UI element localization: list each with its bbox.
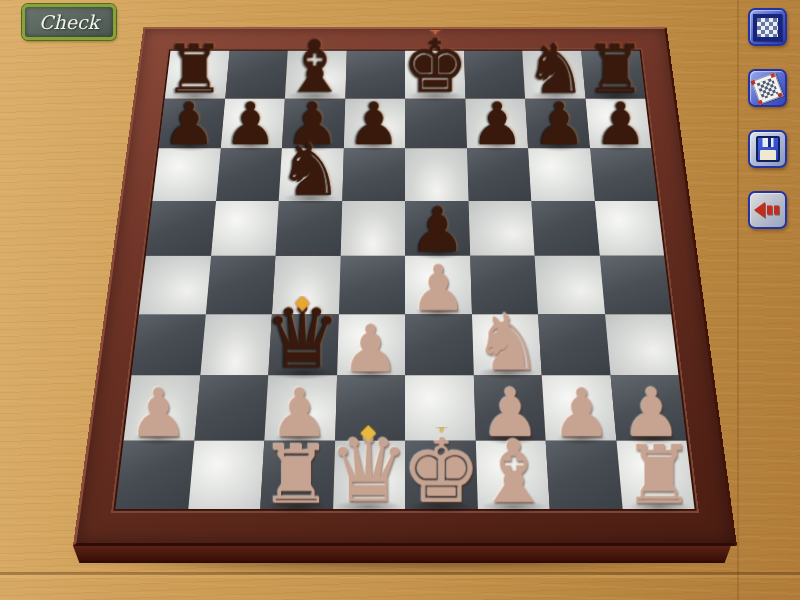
square-a5[interactable] bbox=[146, 201, 216, 256]
black-pawn-b7[interactable]: ♟ bbox=[224, 94, 277, 153]
square-c3[interactable]: ♛ bbox=[268, 314, 338, 375]
square-d1[interactable]: ♛ bbox=[333, 440, 405, 509]
square-h3[interactable] bbox=[605, 314, 679, 375]
square-a2[interactable]: ♟ bbox=[124, 375, 200, 440]
check-banner: Check bbox=[22, 4, 116, 40]
black-king-e8[interactable]: ♚ bbox=[402, 29, 468, 103]
square-h1[interactable]: ♜ bbox=[616, 440, 695, 509]
square-g2[interactable]: ♟ bbox=[542, 375, 616, 440]
chess-board: ♜♝♚♞♜♟♟♟♟♟♟♟♞♟♟♛♟♞♟♟♟♟♟♜♛♚♝♜ bbox=[73, 27, 737, 546]
undo-move-button[interactable] bbox=[748, 191, 787, 229]
checkerboard-2d-icon bbox=[753, 14, 782, 41]
square-g5[interactable] bbox=[531, 201, 599, 256]
square-d3[interactable]: ♟ bbox=[337, 314, 405, 375]
square-a7[interactable]: ♟ bbox=[159, 98, 225, 148]
square-g4[interactable] bbox=[535, 256, 605, 314]
board-grid: ♜♝♚♞♜♟♟♟♟♟♟♟♞♟♟♛♟♞♟♟♟♟♟♜♛♚♝♜ bbox=[115, 51, 694, 509]
black-pawn-d7[interactable]: ♟ bbox=[348, 94, 401, 153]
square-c6[interactable]: ♞ bbox=[279, 148, 344, 200]
square-b5[interactable] bbox=[211, 201, 279, 256]
square-d5[interactable] bbox=[340, 201, 405, 256]
red-back-arrow-icon bbox=[754, 201, 781, 219]
white-knight-f3[interactable]: ♞ bbox=[473, 303, 543, 381]
white-rook-h1[interactable]: ♜ bbox=[623, 435, 696, 516]
checkerboard-3d-icon bbox=[751, 72, 783, 104]
board-2d-view-button[interactable] bbox=[748, 8, 787, 46]
square-e6[interactable] bbox=[405, 148, 468, 200]
square-d7[interactable]: ♟ bbox=[343, 98, 405, 148]
white-pawn-e4[interactable]: ♟ bbox=[410, 256, 467, 320]
table-plank-seam-highlight bbox=[0, 575, 800, 578]
square-e4[interactable]: ♟ bbox=[405, 256, 472, 314]
white-pawn-a2[interactable]: ♟ bbox=[128, 379, 188, 446]
square-a4[interactable] bbox=[139, 256, 211, 314]
black-pawn-f7[interactable]: ♟ bbox=[471, 94, 524, 153]
save-game-button[interactable] bbox=[748, 130, 787, 168]
black-pawn-a7[interactable]: ♟ bbox=[163, 94, 216, 153]
toolbar bbox=[748, 8, 787, 229]
square-e8[interactable]: ♚ bbox=[405, 51, 465, 98]
square-f7[interactable]: ♟ bbox=[465, 98, 528, 148]
square-f3[interactable]: ♞ bbox=[472, 314, 542, 375]
square-b7[interactable]: ♟ bbox=[220, 98, 285, 148]
black-pawn-h7[interactable]: ♟ bbox=[595, 94, 648, 153]
white-queen-d1[interactable]: ♛ bbox=[328, 425, 409, 516]
square-h6[interactable] bbox=[590, 148, 658, 200]
square-f5[interactable] bbox=[468, 201, 534, 256]
square-g1[interactable] bbox=[546, 440, 623, 509]
white-pawn-d3[interactable]: ♟ bbox=[341, 316, 400, 381]
white-king-e1[interactable]: ♚ bbox=[401, 427, 481, 516]
square-b1[interactable] bbox=[188, 440, 265, 509]
square-b3[interactable] bbox=[200, 314, 272, 375]
square-e1[interactable]: ♚ bbox=[405, 440, 477, 509]
check-banner-label: Check bbox=[39, 13, 99, 32]
square-b2[interactable] bbox=[194, 375, 268, 440]
black-queen-c3[interactable]: ♛ bbox=[264, 296, 341, 382]
square-h5[interactable] bbox=[594, 201, 664, 256]
square-e7[interactable] bbox=[405, 98, 467, 148]
floppy-disk-icon bbox=[756, 136, 780, 162]
square-a1[interactable] bbox=[115, 440, 194, 509]
square-d6[interactable] bbox=[342, 148, 405, 200]
table-plank-seam-vertical bbox=[737, 0, 739, 600]
board-scene: ♜♝♚♞♜♟♟♟♟♟♟♟♞♟♟♛♟♞♟♟♟♟♟♜♛♚♝♜ bbox=[73, 0, 737, 546]
black-pawn-g7[interactable]: ♟ bbox=[533, 94, 586, 153]
square-c1[interactable]: ♜ bbox=[260, 440, 334, 509]
square-c5[interactable] bbox=[275, 201, 341, 256]
white-pawn-g2[interactable]: ♟ bbox=[551, 379, 611, 446]
square-f6[interactable] bbox=[467, 148, 532, 200]
square-h4[interactable] bbox=[599, 256, 671, 314]
square-a6[interactable] bbox=[153, 148, 221, 200]
square-d4[interactable] bbox=[338, 256, 405, 314]
square-f1[interactable]: ♝ bbox=[475, 440, 549, 509]
square-h7[interactable]: ♟ bbox=[585, 98, 651, 148]
white-rook-c1[interactable]: ♜ bbox=[260, 435, 333, 516]
square-g7[interactable]: ♟ bbox=[525, 98, 590, 148]
board-3d-view-button[interactable] bbox=[748, 69, 787, 107]
board-frame-front bbox=[66, 545, 738, 563]
square-e3[interactable] bbox=[405, 314, 473, 375]
square-g6[interactable] bbox=[528, 148, 594, 200]
square-e5[interactable]: ♟ bbox=[405, 201, 470, 256]
square-b6[interactable] bbox=[216, 148, 282, 200]
square-a3[interactable] bbox=[132, 314, 206, 375]
square-g3[interactable] bbox=[538, 314, 610, 375]
black-knight-c6[interactable]: ♞ bbox=[278, 133, 343, 205]
white-bishop-f1[interactable]: ♝ bbox=[475, 429, 553, 516]
